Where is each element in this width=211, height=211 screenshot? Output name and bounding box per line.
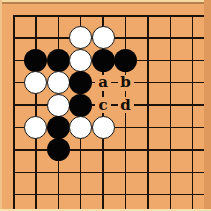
go-board-diagram: abcd: [0, 0, 211, 211]
point-label-c: c: [95, 97, 111, 113]
white-stone: [47, 94, 70, 117]
white-stone: [92, 26, 115, 49]
board-bevel-left-highlight: [0, 0, 2, 211]
point-label-a: a: [95, 75, 111, 91]
board-bevel-top-shadow: [0, 2, 211, 4]
black-stone: [47, 49, 70, 72]
grid-hline: [13, 149, 206, 150]
black-stone: [92, 49, 115, 72]
black-stone: [47, 116, 70, 139]
white-stone: [69, 49, 92, 72]
grid-hline: [13, 194, 206, 195]
grid-vline: [147, 15, 148, 210]
grid-vline: [13, 15, 15, 210]
board-bevel-right-shadow: [204, 0, 211, 211]
grid-hline: [13, 172, 206, 173]
grid-hline: [13, 15, 206, 17]
point-label-b: b: [118, 75, 134, 91]
grid-vline: [192, 15, 193, 210]
grid-vline: [170, 15, 171, 210]
point-label-d: d: [118, 97, 134, 113]
black-stone: [114, 49, 137, 72]
black-stone: [69, 94, 92, 117]
white-stone: [92, 116, 115, 139]
white-stone: [47, 71, 70, 94]
grid-vline: [35, 15, 36, 210]
board-bevel-bottom-highlight: [0, 209, 211, 211]
